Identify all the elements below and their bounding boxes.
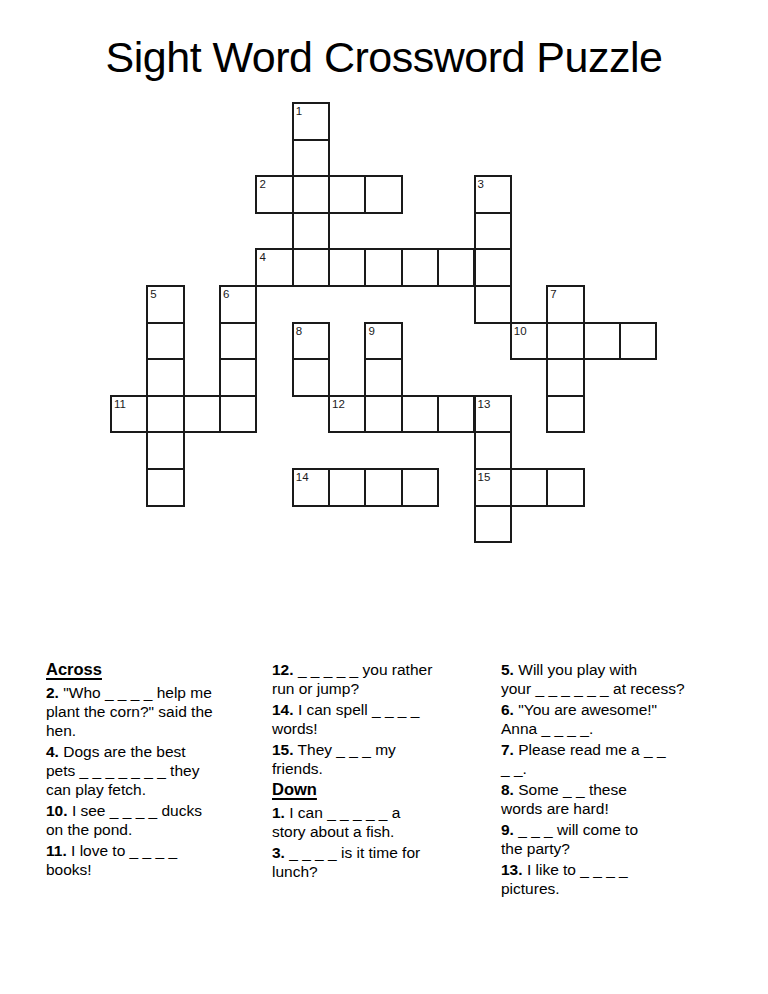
grid-cell-r6c4[interactable]: 6 xyxy=(219,285,257,324)
clue-9: 9. _ _ _ will come to the party? xyxy=(501,820,743,858)
clue-2: 2. "Who _ _ _ _ help me plant the corn?"… xyxy=(46,683,270,740)
grid-cell-r6c13[interactable]: 7 xyxy=(546,285,584,324)
grid-cell-r8c8[interactable] xyxy=(364,358,402,397)
grid-cell-r3c7[interactable] xyxy=(328,175,366,214)
grid-clue-number-8: 8 xyxy=(296,324,302,338)
grid-cell-r5c9[interactable] xyxy=(401,248,439,287)
grid-cell-r10c11[interactable] xyxy=(474,431,512,470)
clue-text: "Who _ _ _ _ help me plant the corn?" sa… xyxy=(46,684,213,739)
grid-cell-r11c13[interactable] xyxy=(546,468,584,507)
grid-clue-number-6: 6 xyxy=(223,287,229,301)
grid-cell-r3c5[interactable]: 2 xyxy=(255,175,293,214)
across-heading: Across xyxy=(46,660,270,679)
clue-column-left: Across2. "Who _ _ _ _ help me plant the … xyxy=(46,660,270,881)
clue-number-label: 9. xyxy=(501,821,514,838)
clue-14: 14. I can spell _ _ _ _ words! xyxy=(272,700,490,738)
clue-13: 13. I like to _ _ _ _ pictures. xyxy=(501,860,743,898)
grid-cell-r3c11[interactable]: 3 xyxy=(474,175,512,214)
grid-cell-r9c10[interactable] xyxy=(437,395,475,434)
grid-cell-r5c5[interactable]: 4 xyxy=(255,248,293,287)
worksheet-page: Sight Word Crossword Puzzle 123456789101… xyxy=(0,0,768,994)
grid-clue-number-14: 14 xyxy=(296,470,309,484)
clue-text: I can _ _ _ _ _ a story about a fish. xyxy=(272,804,400,840)
clue-12: 12. _ _ _ _ _ you rather run or jump? xyxy=(272,660,490,698)
clue-number-label: 5. xyxy=(501,661,514,678)
clue-number-label: 15. xyxy=(272,741,294,758)
grid-cell-r3c8[interactable] xyxy=(364,175,402,214)
grid-clue-number-2: 2 xyxy=(259,177,265,191)
clue-3: 3. _ _ _ _ is it time for lunch? xyxy=(272,843,490,881)
grid-cell-r7c12[interactable]: 10 xyxy=(510,322,548,361)
clue-text: Please read me a _ _ _ _. xyxy=(501,741,666,777)
clue-number-label: 4. xyxy=(46,743,59,760)
clue-15: 15. They _ _ _ my friends. xyxy=(272,740,490,778)
grid-cell-r11c9[interactable] xyxy=(401,468,439,507)
grid-clue-number-3: 3 xyxy=(478,177,484,191)
clue-7: 7. Please read me a _ _ _ _. xyxy=(501,740,743,778)
grid-cell-r2c6[interactable] xyxy=(292,139,330,178)
grid-cell-r5c8[interactable] xyxy=(364,248,402,287)
down-heading: Down xyxy=(272,780,490,799)
grid-cell-r1c6[interactable]: 1 xyxy=(292,102,330,141)
clue-number-label: 2. xyxy=(46,684,59,701)
grid-cell-r9c13[interactable] xyxy=(546,395,584,434)
clue-6: 6. "You are awesome!" Anna _ _ _ _. xyxy=(501,700,743,738)
clue-number-label: 7. xyxy=(501,741,514,758)
grid-cell-r9c1[interactable]: 11 xyxy=(110,395,148,434)
grid-cell-r8c13[interactable] xyxy=(546,358,584,397)
grid-cell-r7c8[interactable]: 9 xyxy=(364,322,402,361)
grid-cell-r11c7[interactable] xyxy=(328,468,366,507)
clue-text: I can spell _ _ _ _ words! xyxy=(272,701,419,737)
page-title: Sight Word Crossword Puzzle xyxy=(0,33,768,82)
grid-cell-r8c4[interactable] xyxy=(219,358,257,397)
clue-number-label: 1. xyxy=(272,804,285,821)
grid-cell-r9c7[interactable]: 12 xyxy=(328,395,366,434)
clue-text: Dogs are the best pets _ _ _ _ _ _ _ the… xyxy=(46,743,199,798)
grid-clue-number-11: 11 xyxy=(114,397,126,411)
clue-5: 5. Will you play with your _ _ _ _ _ _ a… xyxy=(501,660,743,698)
clue-number-label: 11. xyxy=(46,842,67,859)
grid-cell-r6c11[interactable] xyxy=(474,285,512,324)
clue-number-label: 14. xyxy=(272,701,294,718)
clue-text: I see _ _ _ _ ducks on the pond. xyxy=(46,802,202,838)
grid-cell-r12c11[interactable] xyxy=(474,505,512,544)
clue-text: Will you play with your _ _ _ _ _ _ at r… xyxy=(501,661,685,697)
grid-cell-r7c4[interactable] xyxy=(219,322,257,361)
grid-cell-r9c2[interactable] xyxy=(146,395,184,434)
clue-text: Some _ _ these words are hard! xyxy=(501,781,627,817)
grid-cell-r5c11[interactable] xyxy=(474,248,512,287)
grid-clue-number-4: 4 xyxy=(259,250,265,264)
grid-clue-number-13: 13 xyxy=(478,397,491,411)
grid-cell-r4c6[interactable] xyxy=(292,212,330,251)
grid-cell-r7c15[interactable] xyxy=(619,322,657,361)
clue-10: 10. I see _ _ _ _ ducks on the pond. xyxy=(46,801,270,839)
grid-cell-r7c13[interactable] xyxy=(546,322,584,361)
grid-cell-r6c2[interactable]: 5 xyxy=(146,285,184,324)
grid-cell-r4c11[interactable] xyxy=(474,212,512,251)
grid-cell-r11c11[interactable]: 15 xyxy=(474,468,512,507)
clue-1: 1. I can _ _ _ _ _ a story about a fish. xyxy=(272,803,490,841)
clue-text: _ _ _ _ _ you rather run or jump? xyxy=(272,661,432,697)
grid-cell-r8c6[interactable] xyxy=(292,358,330,397)
grid-clue-number-12: 12 xyxy=(332,397,345,411)
clue-number-label: 6. xyxy=(501,701,514,718)
clue-number-label: 13. xyxy=(501,861,523,878)
grid-cell-r5c10[interactable] xyxy=(437,248,475,287)
clue-4: 4. Dogs are the best pets _ _ _ _ _ _ _ … xyxy=(46,742,270,799)
grid-cell-r5c6[interactable] xyxy=(292,248,330,287)
grid-clue-number-15: 15 xyxy=(478,470,491,484)
clue-text: _ _ _ will come to the party? xyxy=(501,821,638,857)
grid-clue-number-1: 1 xyxy=(296,104,302,118)
grid-clue-number-5: 5 xyxy=(150,287,156,301)
grid-cell-r10c2[interactable] xyxy=(146,431,184,470)
grid-cell-r7c14[interactable] xyxy=(583,322,621,361)
grid-cell-r3c6[interactable] xyxy=(292,175,330,214)
clue-number-label: 12. xyxy=(272,661,294,678)
grid-cell-r7c2[interactable] xyxy=(146,322,184,361)
clue-number-label: 3. xyxy=(272,844,285,861)
grid-cell-r11c12[interactable] xyxy=(510,468,548,507)
grid-cell-r9c4[interactable] xyxy=(219,395,257,434)
clue-8: 8. Some _ _ these words are hard! xyxy=(501,780,743,818)
grid-cell-r8c2[interactable] xyxy=(146,358,184,397)
grid-cell-r9c9[interactable] xyxy=(401,395,439,434)
grid-cell-r11c6[interactable]: 14 xyxy=(292,468,330,507)
grid-cell-r9c8[interactable] xyxy=(364,395,402,434)
clue-column-middle: 12. _ _ _ _ _ you rather run or jump?14.… xyxy=(272,660,490,883)
grid-clue-number-7: 7 xyxy=(550,287,556,301)
grid-clue-number-9: 9 xyxy=(368,324,374,338)
grid-cell-r9c11[interactable]: 13 xyxy=(474,395,512,434)
grid-cell-r7c6[interactable]: 8 xyxy=(292,322,330,361)
clue-text: "You are awesome!" Anna _ _ _ _. xyxy=(501,701,657,737)
grid-clue-number-10: 10 xyxy=(514,324,527,338)
grid-cell-r5c7[interactable] xyxy=(328,248,366,287)
grid-cell-r11c8[interactable] xyxy=(364,468,402,507)
grid-cell-r11c2[interactable] xyxy=(146,468,184,507)
clue-number-label: 10. xyxy=(46,802,68,819)
clue-number-label: 8. xyxy=(501,781,514,798)
clue-column-right: 5. Will you play with your _ _ _ _ _ _ a… xyxy=(501,660,743,900)
grid-cell-r9c3[interactable] xyxy=(183,395,221,434)
clue-11: 11. I love to _ _ _ _ books! xyxy=(46,841,270,879)
clue-text: _ _ _ _ is it time for lunch? xyxy=(272,844,420,880)
